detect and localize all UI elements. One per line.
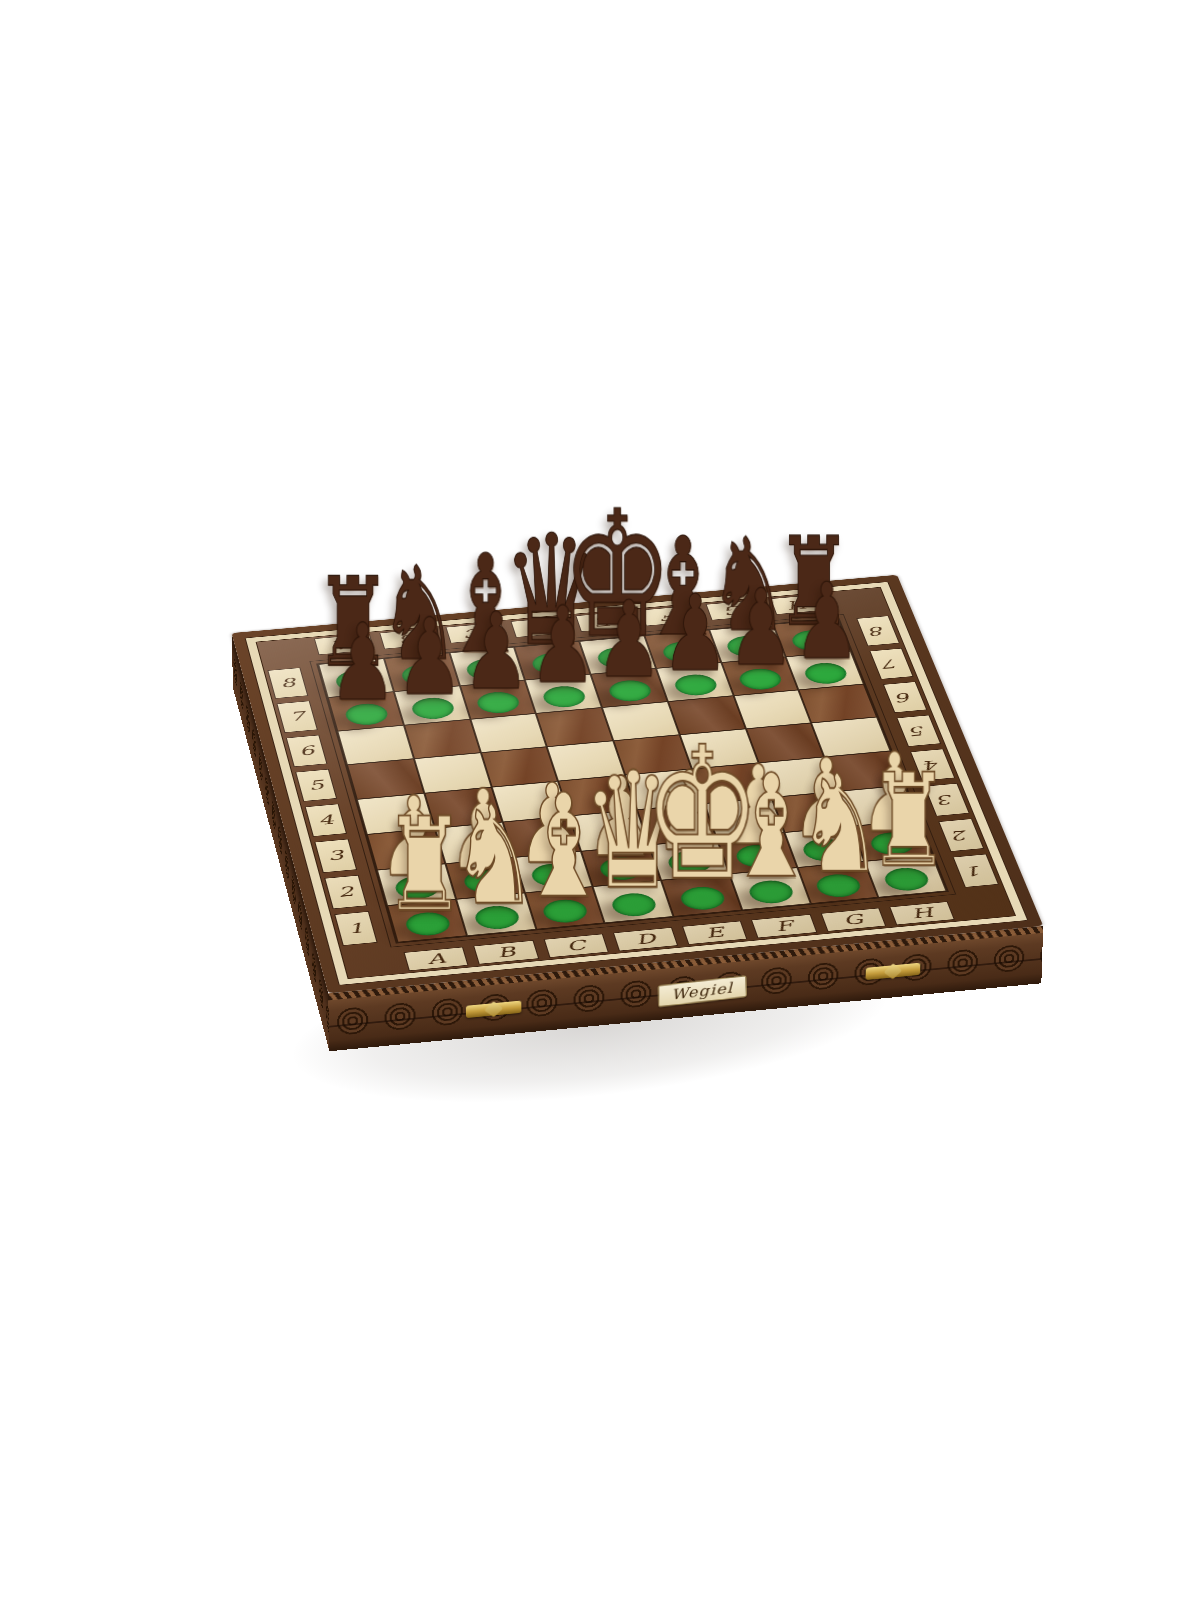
file-back-label-f: F — [635, 603, 707, 628]
file-back-label-b: B — [374, 626, 445, 651]
clasp-icon — [866, 963, 921, 980]
file-back-label-e: E — [570, 609, 642, 634]
file-back-label-c: C — [440, 620, 512, 645]
rank-left-label-6: 6 — [282, 732, 331, 770]
rank-left-label-5: 5 — [291, 766, 340, 804]
file-back-label-a: A — [309, 632, 380, 657]
brand-label: Wegiel — [671, 979, 733, 1003]
clasp-icon — [466, 1001, 522, 1019]
file-back-label-d: D — [505, 615, 577, 640]
board-top-face: ABCDEFGH ABCDEFGH 87654321 87654321 — [232, 575, 1044, 993]
board-scene: Wegiel ABCDEFGH ABCDEFGH 87654321 876543… — [275, 425, 975, 1125]
rank-left-label-4: 4 — [301, 801, 351, 840]
brand-plate: Wegiel — [658, 975, 747, 1007]
rank-left-label-3: 3 — [311, 836, 361, 875]
file-back-label-g: G — [700, 598, 772, 623]
rank-left-label-8: 8 — [264, 665, 312, 702]
board-frame: ABCDEFGH ABCDEFGH 87654321 87654321 — [256, 587, 1017, 979]
product-photo: Wegiel ABCDEFGH ABCDEFGH 87654321 876543… — [0, 0, 1200, 1600]
file-back-label-h: H — [765, 592, 837, 617]
rank-left-label-7: 7 — [273, 698, 322, 735]
board-squares — [316, 617, 949, 943]
rank-left-label-1: 1 — [330, 908, 381, 949]
rank-left-label-2: 2 — [320, 872, 371, 912]
